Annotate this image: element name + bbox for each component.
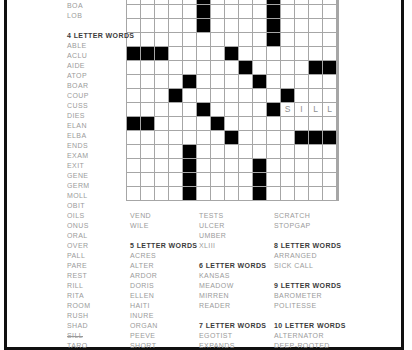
word-item-pall[interactable]: PALL <box>67 251 134 261</box>
blank-row <box>274 271 346 281</box>
black-cell-r0-c10 <box>267 0 280 4</box>
word-item-exit[interactable]: EXIT <box>67 161 134 171</box>
grid-cell-r7-c1[interactable] <box>141 89 154 102</box>
grid-cell-r9-c2[interactable] <box>155 117 168 130</box>
grid-cell-r13-c14[interactable] <box>323 173 336 186</box>
page-border-right <box>401 0 404 350</box>
grid-cell-r2-c2[interactable] <box>155 19 168 32</box>
grid-cell-r7-c6[interactable] <box>211 89 224 102</box>
puzzle-grid-cells: SILL <box>126 0 339 201</box>
blank-row <box>199 251 266 261</box>
grid-cell-r6-c6[interactable] <box>211 75 224 88</box>
grid-cell-r0-c9[interactable] <box>253 0 266 4</box>
word-item-scratch[interactable]: SCRATCH <box>274 211 346 221</box>
grid-cell-r8-c7[interactable] <box>225 103 238 116</box>
grid-cell-r10-c6[interactable] <box>211 131 224 144</box>
grid-cell-r3-c11[interactable] <box>281 33 294 46</box>
black-cell-r12-c9 <box>253 159 266 172</box>
word-item-vend[interactable]: VEND <box>130 211 197 221</box>
grid-cell-r2-c13[interactable] <box>309 19 322 32</box>
grid-cell-r8-c11[interactable]: S <box>281 103 294 116</box>
grid-cell-r0-c13[interactable] <box>309 0 322 4</box>
grid-cell-r1-c14[interactable] <box>323 5 336 18</box>
black-cell-r12-c4 <box>183 159 196 172</box>
grid-cell-r3-c4[interactable] <box>183 33 196 46</box>
black-cell-r8-c5 <box>197 103 210 116</box>
grid-cell-r0-c4[interactable] <box>183 0 196 4</box>
grid-cell-r0-c14[interactable] <box>323 0 336 4</box>
word-list-column-1: BOALOB4 LETTER WORDSABLEACLUAIDEATOPBOAR… <box>67 1 134 350</box>
grid-cell-r11-c10[interactable] <box>267 145 280 158</box>
grid-cell-r8-c3[interactable] <box>169 103 182 116</box>
word-item-organ[interactable]: ORGAN <box>130 321 197 331</box>
grid-cell-r12-c14[interactable] <box>323 159 336 172</box>
word-item-pare[interactable]: PARE <box>67 261 134 271</box>
grid-cell-r3-c14[interactable] <box>323 33 336 46</box>
grid-cell-r13-c11[interactable] <box>281 173 294 186</box>
grid-cell-r7-c13[interactable] <box>309 89 322 102</box>
grid-cell-r12-c11[interactable] <box>281 159 294 172</box>
fill-in-puzzle-page: SILL BOALOB4 LETTER WORDSABLEACLUAIDEATO… <box>0 0 412 350</box>
black-cell-r10-c13 <box>309 131 322 144</box>
grid-cell-r5-c11[interactable] <box>281 61 294 74</box>
grid-cell-r8-c13[interactable]: L <box>309 103 322 116</box>
grid-cell-r13-c2[interactable] <box>155 173 168 186</box>
black-cell-r6-c9 <box>253 75 266 88</box>
grid-cell-r14-c13[interactable] <box>309 187 322 200</box>
word-item-peeve[interactable]: PEEVE <box>130 331 197 341</box>
grid-cell-r2-c11[interactable] <box>281 19 294 32</box>
word-item-aide[interactable]: AIDE <box>67 61 134 71</box>
grid-cell-r6-c14[interactable] <box>323 75 336 88</box>
word-item-sill[interactable]: SILL <box>67 331 134 341</box>
grid-cell-r11-c3[interactable] <box>169 145 182 158</box>
grid-cell-r12-c3[interactable] <box>169 159 182 172</box>
grid-cell-r7-c10[interactable] <box>267 89 280 102</box>
grid-cell-r6-c3[interactable] <box>169 75 182 88</box>
word-item-expands[interactable]: EXPANDS <box>199 341 266 350</box>
black-cell-r9-c6 <box>211 117 224 130</box>
grid-cell-r6-c2[interactable] <box>155 75 168 88</box>
word-list-column-2: VENDWILE5 LETTER WORDSACRESALTERARDORDOR… <box>130 211 197 350</box>
section-header: 8 LETTER WORDS <box>274 241 346 251</box>
grid-cell-r5-c9[interactable] <box>253 61 266 74</box>
grid-cell-r8-c14[interactable]: L <box>323 103 336 116</box>
grid-cell-r0-c11[interactable] <box>281 0 294 4</box>
grid-cell-r13-c10[interactable] <box>267 173 280 186</box>
grid-cell-r14-c7[interactable] <box>225 187 238 200</box>
word-item-coup[interactable]: COUP <box>67 91 134 101</box>
black-cell-r5-c8 <box>239 61 252 74</box>
grid-cell-r1-c8[interactable] <box>239 5 252 18</box>
black-cell-r5-c13 <box>309 61 322 74</box>
grid-cell-r10-c8[interactable] <box>239 131 252 144</box>
grid-cell-r3-c2[interactable] <box>155 33 168 46</box>
grid-cell-r4-c9[interactable] <box>253 47 266 60</box>
black-cell-r1-c5 <box>197 5 210 18</box>
grid-cell-r5-c5[interactable] <box>197 61 210 74</box>
grid-cell-r4-c10[interactable] <box>267 47 280 60</box>
grid-cell-r3-c9[interactable] <box>253 33 266 46</box>
grid-cell-r4-c6[interactable] <box>211 47 224 60</box>
word-item-aclu[interactable]: ACLU <box>67 51 134 61</box>
grid-cell-r6-c5[interactable] <box>197 75 210 88</box>
grid-cell-r1-c7[interactable] <box>225 5 238 18</box>
grid-cell-r9-c5[interactable] <box>197 117 210 130</box>
grid-cell-r12-c2[interactable] <box>155 159 168 172</box>
grid-cell-r8-c1[interactable] <box>141 103 154 116</box>
black-cell-r14-c9 <box>253 187 266 200</box>
grid-cell-r13-c5[interactable] <box>197 173 210 186</box>
grid-cell-r1-c2[interactable] <box>155 5 168 18</box>
grid-cell-r6-c7[interactable] <box>225 75 238 88</box>
word-item-dies[interactable]: DIES <box>67 111 134 121</box>
grid-cell-r1-c4[interactable] <box>183 5 196 18</box>
word-item-haiti[interactable]: HAITI <box>130 301 197 311</box>
section-header: 10 LETTER WORDS <box>274 321 346 331</box>
black-cell-r13-c9 <box>253 173 266 186</box>
section-header: 6 LETTER WORDS <box>199 261 266 271</box>
word-item-able[interactable]: ABLE <box>67 41 134 51</box>
grid-cell-r0-c6[interactable] <box>211 0 224 4</box>
grid-cell-r12-c8[interactable] <box>239 159 252 172</box>
grid-cell-r4-c14[interactable] <box>323 47 336 60</box>
grid-cell-r13-c1[interactable] <box>141 173 154 186</box>
grid-cell-r10-c1[interactable] <box>141 131 154 144</box>
grid-cell-r9-c12[interactable] <box>295 117 308 130</box>
grid-cell-r7-c2[interactable] <box>155 89 168 102</box>
grid-cell-r1-c13[interactable] <box>309 5 322 18</box>
word-item-oils[interactable]: OILS <box>67 211 134 221</box>
grid-cell-r14-c14[interactable] <box>323 187 336 200</box>
grid-cell-r7-c5[interactable] <box>197 89 210 102</box>
grid-cell-r9-c14[interactable] <box>323 117 336 130</box>
grid-cell-r2-c8[interactable] <box>239 19 252 32</box>
grid-cell-r10-c11[interactable] <box>281 131 294 144</box>
black-cell-r0-c5 <box>197 0 210 4</box>
grid-cell-r4-c12[interactable] <box>295 47 308 60</box>
grid-cell-r0-c1[interactable] <box>141 0 154 4</box>
grid-cell-r6-c10[interactable] <box>267 75 280 88</box>
word-item-rita[interactable]: RITA <box>67 291 134 301</box>
grid-cell-r13-c3[interactable] <box>169 173 182 186</box>
grid-cell-r2-c7[interactable] <box>225 19 238 32</box>
black-cell-r14-c4 <box>183 187 196 200</box>
grid-cell-r10-c2[interactable] <box>155 131 168 144</box>
grid-cell-r7-c7[interactable] <box>225 89 238 102</box>
word-item-boar[interactable]: BOAR <box>67 81 134 91</box>
grid-cell-r8-c8[interactable] <box>239 103 252 116</box>
grid-cell-r9-c8[interactable] <box>239 117 252 130</box>
grid-cell-r14-c2[interactable] <box>155 187 168 200</box>
grid-cell-r2-c4[interactable] <box>183 19 196 32</box>
word-item-over[interactable]: OVER <box>67 241 134 251</box>
grid-cell-r6-c1[interactable] <box>141 75 154 88</box>
word-item-gene[interactable]: GENE <box>67 171 134 181</box>
word-item-ulcer[interactable]: ULCER <box>199 221 266 231</box>
black-cell-r13-c4 <box>183 173 196 186</box>
grid-cell-r4-c4[interactable] <box>183 47 196 60</box>
word-item-stopgap[interactable]: STOPGAP <box>274 221 346 231</box>
grid-cell-r3-c1[interactable] <box>141 33 154 46</box>
grid-cell-r5-c12[interactable] <box>295 61 308 74</box>
grid-cell-r12-c1[interactable] <box>141 159 154 172</box>
word-item-lob[interactable]: LOB <box>67 11 134 21</box>
word-item-politesse[interactable]: POLITESSE <box>274 301 346 311</box>
page-border-left <box>4 0 7 350</box>
puzzle-grid: SILL <box>126 0 339 201</box>
blank-row <box>199 311 266 321</box>
section-header: 7 LETTER WORDS <box>199 321 266 331</box>
grid-cell-r6-c11[interactable] <box>281 75 294 88</box>
black-cell-r5-c14 <box>323 61 336 74</box>
grid-cell-r2-c14[interactable] <box>323 19 336 32</box>
word-item-obit[interactable]: OBIT <box>67 201 134 211</box>
black-cell-r3-c10 <box>267 33 280 46</box>
grid-cell-r11-c1[interactable] <box>141 145 154 158</box>
grid-cell-r0-c8[interactable] <box>239 0 252 4</box>
grid-cell-r7-c4[interactable] <box>183 89 196 102</box>
grid-cell-r13-c6[interactable] <box>211 173 224 186</box>
grid-cell-r5-c10[interactable] <box>267 61 280 74</box>
grid-cell-r12-c7[interactable] <box>225 159 238 172</box>
grid-cell-r3-c5[interactable] <box>197 33 210 46</box>
grid-cell-r11-c9[interactable] <box>253 145 266 158</box>
black-cell-r8-c10 <box>267 103 280 116</box>
grid-cell-r4-c13[interactable] <box>309 47 322 60</box>
word-list-column-4: SCRATCHSTOPGAP8 LETTER WORDSARRANGEDSICK… <box>274 211 346 350</box>
blank-row <box>274 231 346 241</box>
section-header: 5 LETTER WORDS <box>130 241 197 251</box>
grid-cell-r8-c4[interactable] <box>183 103 196 116</box>
word-item-rush[interactable]: RUSH <box>67 311 134 321</box>
section-header: 9 LETTER WORDS <box>274 281 346 291</box>
grid-cell-r7-c14[interactable] <box>323 89 336 102</box>
grid-cell-r9-c4[interactable] <box>183 117 196 130</box>
grid-cell-r12-c12[interactable] <box>295 159 308 172</box>
word-item-alter[interactable]: ALTER <box>130 261 197 271</box>
grid-cell-r0-c2[interactable] <box>155 0 168 4</box>
word-item-rest[interactable]: REST <box>67 271 134 281</box>
grid-cell-r12-c13[interactable] <box>309 159 322 172</box>
grid-cell-r10-c3[interactable] <box>169 131 182 144</box>
grid-cell-r14-c8[interactable] <box>239 187 252 200</box>
grid-cell-r5-c2[interactable] <box>155 61 168 74</box>
grid-cell-r0-c12[interactable] <box>295 0 308 4</box>
grid-cell-r1-c9[interactable] <box>253 5 266 18</box>
grid-cell-r2-c12[interactable] <box>295 19 308 32</box>
grid-cell-r4-c8[interactable] <box>239 47 252 60</box>
word-item-taro[interactable]: TARO <box>67 341 134 350</box>
word-item-doris[interactable]: DORIS <box>130 281 197 291</box>
grid-cell-r0-c3[interactable] <box>169 0 182 4</box>
grid-cell-r5-c6[interactable] <box>211 61 224 74</box>
grid-cell-r7-c8[interactable] <box>239 89 252 102</box>
word-item-tests[interactable]: TESTS <box>199 211 266 221</box>
black-cell-r6-c4 <box>183 75 196 88</box>
grid-cell-r4-c5[interactable] <box>197 47 210 60</box>
grid-cell-r12-c5[interactable] <box>197 159 210 172</box>
word-item-shad[interactable]: SHAD <box>67 321 134 331</box>
black-cell-r1-c10 <box>267 5 280 18</box>
word-item-elba[interactable]: ELBA <box>67 131 134 141</box>
grid-cell-r8-c6[interactable] <box>211 103 224 116</box>
word-item-oral[interactable]: ORAL <box>67 231 134 241</box>
word-item-rill[interactable]: RILL <box>67 281 134 291</box>
word-item-xliii[interactable]: XLIII <box>199 241 266 251</box>
grid-cell-r1-c3[interactable] <box>169 5 182 18</box>
word-item-deep-rooted[interactable]: DEEP-ROOTED <box>274 341 346 350</box>
grid-cell-r13-c12[interactable] <box>295 173 308 186</box>
black-cell-r4-c1 <box>141 47 154 60</box>
grid-cell-r12-c10[interactable] <box>267 159 280 172</box>
grid-cell-r6-c8[interactable] <box>239 75 252 88</box>
grid-cell-r14-c3[interactable] <box>169 187 182 200</box>
grid-cell-r14-c11[interactable] <box>281 187 294 200</box>
word-item-sick-call[interactable]: SICK CALL <box>274 261 346 271</box>
grid-cell-r9-c3[interactable] <box>169 117 182 130</box>
word-item-elan[interactable]: ELAN <box>67 121 134 131</box>
grid-cell-r3-c8[interactable] <box>239 33 252 46</box>
black-cell-r11-c4 <box>183 145 196 158</box>
word-item-kansas[interactable]: KANSAS <box>199 271 266 281</box>
grid-cell-r11-c7[interactable] <box>225 145 238 158</box>
grid-cell-r9-c10[interactable] <box>267 117 280 130</box>
grid-cell-r13-c7[interactable] <box>225 173 238 186</box>
grid-cell-r12-c6[interactable] <box>211 159 224 172</box>
word-item-umber[interactable]: UMBER <box>199 231 266 241</box>
word-item-germ[interactable]: GERM <box>67 181 134 191</box>
grid-cell-r1-c12[interactable] <box>295 5 308 18</box>
grid-cell-r11-c12[interactable] <box>295 145 308 158</box>
grid-cell-r11-c11[interactable] <box>281 145 294 158</box>
word-item-exam[interactable]: EXAM <box>67 151 134 161</box>
grid-cell-r1-c1[interactable] <box>141 5 154 18</box>
word-item-ends[interactable]: ENDS <box>67 141 134 151</box>
word-item-egotist[interactable]: EGOTIST <box>199 331 266 341</box>
grid-cell-r2-c9[interactable] <box>253 19 266 32</box>
black-cell-r10-c14 <box>323 131 336 144</box>
grid-cell-r3-c13[interactable] <box>309 33 322 46</box>
grid-cell-r3-c12[interactable] <box>295 33 308 46</box>
grid-cell-r11-c5[interactable] <box>197 145 210 158</box>
grid-cell-r14-c6[interactable] <box>211 187 224 200</box>
grid-cell-r5-c7[interactable] <box>225 61 238 74</box>
grid-cell-r14-c1[interactable] <box>141 187 154 200</box>
grid-cell-r6-c12[interactable] <box>295 75 308 88</box>
grid-cell-r8-c2[interactable] <box>155 103 168 116</box>
grid-cell-r11-c14[interactable] <box>323 145 336 158</box>
grid-cell-r3-c3[interactable] <box>169 33 182 46</box>
grid-cell-r1-c11[interactable] <box>281 5 294 18</box>
word-item-atop[interactable]: ATOP <box>67 71 134 81</box>
grid-cell-r10-c5[interactable] <box>197 131 210 144</box>
grid-cell-r5-c1[interactable] <box>141 61 154 74</box>
black-cell-r7-c11 <box>281 89 294 102</box>
grid-cell-r13-c13[interactable] <box>309 173 322 186</box>
word-item-meadow[interactable]: MEADOW <box>199 281 266 291</box>
black-cell-r10-c12 <box>295 131 308 144</box>
grid-cell-r1-c6[interactable] <box>211 5 224 18</box>
grid-cell-r9-c13[interactable] <box>309 117 322 130</box>
grid-cell-r7-c12[interactable] <box>295 89 308 102</box>
black-cell-r9-c1 <box>141 117 154 130</box>
grid-cell-r11-c6[interactable] <box>211 145 224 158</box>
black-cell-r10-c7 <box>225 131 238 144</box>
blank-row <box>67 21 134 31</box>
word-item-cuss[interactable]: CUSS <box>67 101 134 111</box>
word-item-short[interactable]: SHORT <box>130 341 197 350</box>
grid-cell-r11-c8[interactable] <box>239 145 252 158</box>
word-item-alternator[interactable]: ALTERNATOR <box>274 331 346 341</box>
grid-cell-r11-c2[interactable] <box>155 145 168 158</box>
word-item-ardor[interactable]: ARDOR <box>130 271 197 281</box>
grid-cell-r10-c10[interactable] <box>267 131 280 144</box>
grid-cell-r9-c7[interactable] <box>225 117 238 130</box>
grid-cell-r11-c13[interactable] <box>309 145 322 158</box>
black-cell-r4-c7 <box>225 47 238 60</box>
grid-cell-r10-c9[interactable] <box>253 131 266 144</box>
word-item-ellen[interactable]: ELLEN <box>130 291 197 301</box>
word-item-mirren[interactable]: MIRREN <box>199 291 266 301</box>
grid-cell-r5-c4[interactable] <box>183 61 196 74</box>
grid-cell-r5-c3[interactable] <box>169 61 182 74</box>
black-cell-r2-c10 <box>267 19 280 32</box>
grid-cell-r13-c8[interactable] <box>239 173 252 186</box>
word-item-acres[interactable]: ACRES <box>130 251 197 261</box>
grid-cell-r14-c10[interactable] <box>267 187 280 200</box>
grid-cell-r8-c9[interactable] <box>253 103 266 116</box>
black-cell-r7-c3 <box>169 89 182 102</box>
word-item-room[interactable]: ROOM <box>67 301 134 311</box>
blank-row <box>130 231 197 241</box>
grid-cell-r3-c7[interactable] <box>225 33 238 46</box>
grid-cell-r2-c1[interactable] <box>141 19 154 32</box>
word-item-boa[interactable]: BOA <box>67 1 134 11</box>
blank-row <box>274 311 346 321</box>
word-item-wile[interactable]: WILE <box>130 221 197 231</box>
word-list-column-3: TESTSULCERUMBERXLIII6 LETTER WORDSKANSAS… <box>199 211 266 350</box>
grid-cell-r6-c13[interactable] <box>309 75 322 88</box>
black-cell-r4-c2 <box>155 47 168 60</box>
grid-cell-r14-c5[interactable] <box>197 187 210 200</box>
grid-cell-r14-c12[interactable] <box>295 187 308 200</box>
section-header: 4 LETTER WORDS <box>67 31 134 41</box>
grid-cell-r7-c9[interactable] <box>253 89 266 102</box>
grid-cell-r2-c6[interactable] <box>211 19 224 32</box>
grid-cell-r9-c11[interactable] <box>281 117 294 130</box>
grid-cell-r4-c3[interactable] <box>169 47 182 60</box>
word-item-onus[interactable]: ONUS <box>67 221 134 231</box>
grid-cell-r3-c6[interactable] <box>211 33 224 46</box>
grid-cell-r4-c11[interactable] <box>281 47 294 60</box>
word-item-inure[interactable]: INURE <box>130 311 197 321</box>
black-cell-r2-c5 <box>197 19 210 32</box>
word-item-reader[interactable]: READER <box>199 301 266 311</box>
grid-cell-r8-c12[interactable]: I <box>295 103 308 116</box>
word-item-barometer[interactable]: BAROMETER <box>274 291 346 301</box>
grid-cell-r0-c7[interactable] <box>225 0 238 4</box>
word-item-arranged[interactable]: ARRANGED <box>274 251 346 261</box>
grid-cell-r2-c3[interactable] <box>169 19 182 32</box>
word-item-moll[interactable]: MOLL <box>67 191 134 201</box>
grid-cell-r9-c9[interactable] <box>253 117 266 130</box>
grid-cell-r10-c4[interactable] <box>183 131 196 144</box>
